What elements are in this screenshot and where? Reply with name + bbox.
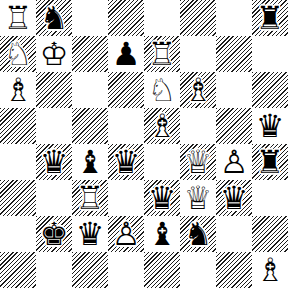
square-e1[interactable] — [144, 252, 180, 288]
piece-glyph: ♛ — [216, 180, 252, 216]
square-c7[interactable] — [72, 36, 108, 72]
square-e4[interactable] — [144, 144, 180, 180]
white-king-icon[interactable]: ♚♔ — [36, 36, 72, 72]
white-queen-icon[interactable]: ♛♕ — [180, 180, 216, 216]
white-knight-icon[interactable]: ♞♘ — [144, 72, 180, 108]
chess-board: ♜♖♞♞♜♜♞♘♚♔♟♟♜♖♝♗♞♘♝♗♝♗♛♛♛♛♝♝♛♛♛♕♟♙♜♜♜♖♛♛… — [0, 0, 288, 288]
piece-glyph: ♚ — [36, 216, 72, 252]
square-c5[interactable] — [72, 108, 108, 144]
square-h2[interactable] — [252, 216, 288, 252]
piece-glyph: ♗ — [252, 252, 288, 288]
piece-glyph: ♜ — [252, 144, 288, 180]
piece-glyph: ♛ — [252, 108, 288, 144]
white-rook-icon[interactable]: ♜♖ — [0, 0, 36, 36]
black-queen-icon[interactable]: ♛♛ — [252, 108, 288, 144]
square-h5[interactable]: ♛♛ — [252, 108, 288, 144]
square-c4[interactable]: ♝♝ — [72, 144, 108, 180]
square-g3[interactable]: ♛♛ — [216, 180, 252, 216]
square-b6[interactable] — [36, 72, 72, 108]
square-a2[interactable] — [0, 216, 36, 252]
black-queen-icon[interactable]: ♛♛ — [72, 216, 108, 252]
square-h6[interactable] — [252, 72, 288, 108]
square-b7[interactable]: ♚♔ — [36, 36, 72, 72]
black-bishop-icon[interactable]: ♝♝ — [144, 216, 180, 252]
piece-glyph: ♘ — [144, 72, 180, 108]
black-king-icon[interactable]: ♚♚ — [36, 216, 72, 252]
piece-glyph: ♙ — [216, 144, 252, 180]
black-rook-icon[interactable]: ♜♜ — [252, 0, 288, 36]
white-bishop-icon[interactable]: ♝♗ — [0, 72, 36, 108]
black-queen-icon[interactable]: ♛♛ — [108, 144, 144, 180]
square-f3[interactable]: ♛♕ — [180, 180, 216, 216]
square-a8[interactable]: ♜♖ — [0, 0, 36, 36]
square-e2[interactable]: ♝♝ — [144, 216, 180, 252]
square-f5[interactable] — [180, 108, 216, 144]
piece-glyph: ♞ — [36, 0, 72, 36]
square-g8[interactable] — [216, 0, 252, 36]
square-e8[interactable] — [144, 0, 180, 36]
piece-glyph: ♟ — [108, 36, 144, 72]
square-b4[interactable]: ♛♛ — [36, 144, 72, 180]
piece-glyph: ♛ — [108, 144, 144, 180]
white-rook-icon[interactable]: ♜♖ — [72, 180, 108, 216]
square-a1[interactable] — [0, 252, 36, 288]
square-c1[interactable] — [72, 252, 108, 288]
square-b5[interactable] — [36, 108, 72, 144]
white-bishop-icon[interactable]: ♝♗ — [252, 252, 288, 288]
square-f4[interactable]: ♛♕ — [180, 144, 216, 180]
piece-glyph: ♛ — [72, 216, 108, 252]
piece-glyph: ♖ — [144, 36, 180, 72]
white-pawn-icon[interactable]: ♟♙ — [216, 144, 252, 180]
square-b1[interactable] — [36, 252, 72, 288]
square-c6[interactable] — [72, 72, 108, 108]
square-g6[interactable] — [216, 72, 252, 108]
square-d8[interactable] — [108, 0, 144, 36]
black-bishop-icon[interactable]: ♝♝ — [72, 144, 108, 180]
black-queen-icon[interactable]: ♛♛ — [144, 180, 180, 216]
piece-glyph: ♖ — [0, 0, 36, 36]
black-queen-icon[interactable]: ♛♛ — [36, 144, 72, 180]
piece-glyph: ♗ — [144, 108, 180, 144]
black-queen-icon[interactable]: ♛♛ — [216, 180, 252, 216]
black-pawn-icon[interactable]: ♟♟ — [108, 36, 144, 72]
square-d6[interactable] — [108, 72, 144, 108]
square-g2[interactable] — [216, 216, 252, 252]
square-g5[interactable] — [216, 108, 252, 144]
piece-glyph: ♝ — [144, 216, 180, 252]
square-a3[interactable] — [0, 180, 36, 216]
white-queen-icon[interactable]: ♛♕ — [180, 144, 216, 180]
piece-glyph: ♔ — [36, 36, 72, 72]
piece-glyph: ♕ — [180, 144, 216, 180]
white-pawn-icon[interactable]: ♟♙ — [108, 216, 144, 252]
square-h7[interactable] — [252, 36, 288, 72]
white-rook-icon[interactable]: ♜♖ — [144, 36, 180, 72]
square-d3[interactable] — [108, 180, 144, 216]
square-e5[interactable]: ♝♗ — [144, 108, 180, 144]
piece-glyph: ♙ — [108, 216, 144, 252]
square-f2[interactable]: ♞♞ — [180, 216, 216, 252]
square-f1[interactable] — [180, 252, 216, 288]
square-b3[interactable] — [36, 180, 72, 216]
square-d7[interactable]: ♟♟ — [108, 36, 144, 72]
square-g7[interactable] — [216, 36, 252, 72]
piece-glyph: ♝ — [72, 144, 108, 180]
square-h4[interactable]: ♜♜ — [252, 144, 288, 180]
white-bishop-icon[interactable]: ♝♗ — [180, 72, 216, 108]
square-d5[interactable] — [108, 108, 144, 144]
square-c3[interactable]: ♜♖ — [72, 180, 108, 216]
piece-glyph: ♕ — [180, 180, 216, 216]
square-e6[interactable]: ♞♘ — [144, 72, 180, 108]
square-f6[interactable]: ♝♗ — [180, 72, 216, 108]
square-f8[interactable] — [180, 0, 216, 36]
square-g1[interactable] — [216, 252, 252, 288]
square-d4[interactable]: ♛♛ — [108, 144, 144, 180]
piece-glyph: ♛ — [36, 144, 72, 180]
square-d1[interactable] — [108, 252, 144, 288]
square-f7[interactable] — [180, 36, 216, 72]
piece-glyph: ♘ — [0, 36, 36, 72]
piece-glyph: ♞ — [180, 216, 216, 252]
white-knight-icon[interactable]: ♞♘ — [0, 36, 36, 72]
square-g4[interactable]: ♟♙ — [216, 144, 252, 180]
square-b2[interactable]: ♚♚ — [36, 216, 72, 252]
square-a5[interactable] — [0, 108, 36, 144]
square-a4[interactable] — [0, 144, 36, 180]
white-bishop-icon[interactable]: ♝♗ — [144, 108, 180, 144]
square-h8[interactable]: ♜♜ — [252, 0, 288, 36]
piece-glyph: ♗ — [0, 72, 36, 108]
square-e3[interactable]: ♛♛ — [144, 180, 180, 216]
square-b8[interactable]: ♞♞ — [36, 0, 72, 36]
square-h1[interactable]: ♝♗ — [252, 252, 288, 288]
black-knight-icon[interactable]: ♞♞ — [180, 216, 216, 252]
black-rook-icon[interactable]: ♜♜ — [252, 144, 288, 180]
square-a6[interactable]: ♝♗ — [0, 72, 36, 108]
square-c8[interactable] — [72, 0, 108, 36]
piece-glyph: ♗ — [180, 72, 216, 108]
square-e7[interactable]: ♜♖ — [144, 36, 180, 72]
piece-glyph: ♖ — [72, 180, 108, 216]
square-h3[interactable] — [252, 180, 288, 216]
piece-glyph: ♜ — [252, 0, 288, 36]
square-a7[interactable]: ♞♘ — [0, 36, 36, 72]
black-knight-icon[interactable]: ♞♞ — [36, 0, 72, 36]
square-c2[interactable]: ♛♛ — [72, 216, 108, 252]
piece-glyph: ♛ — [144, 180, 180, 216]
square-d2[interactable]: ♟♙ — [108, 216, 144, 252]
